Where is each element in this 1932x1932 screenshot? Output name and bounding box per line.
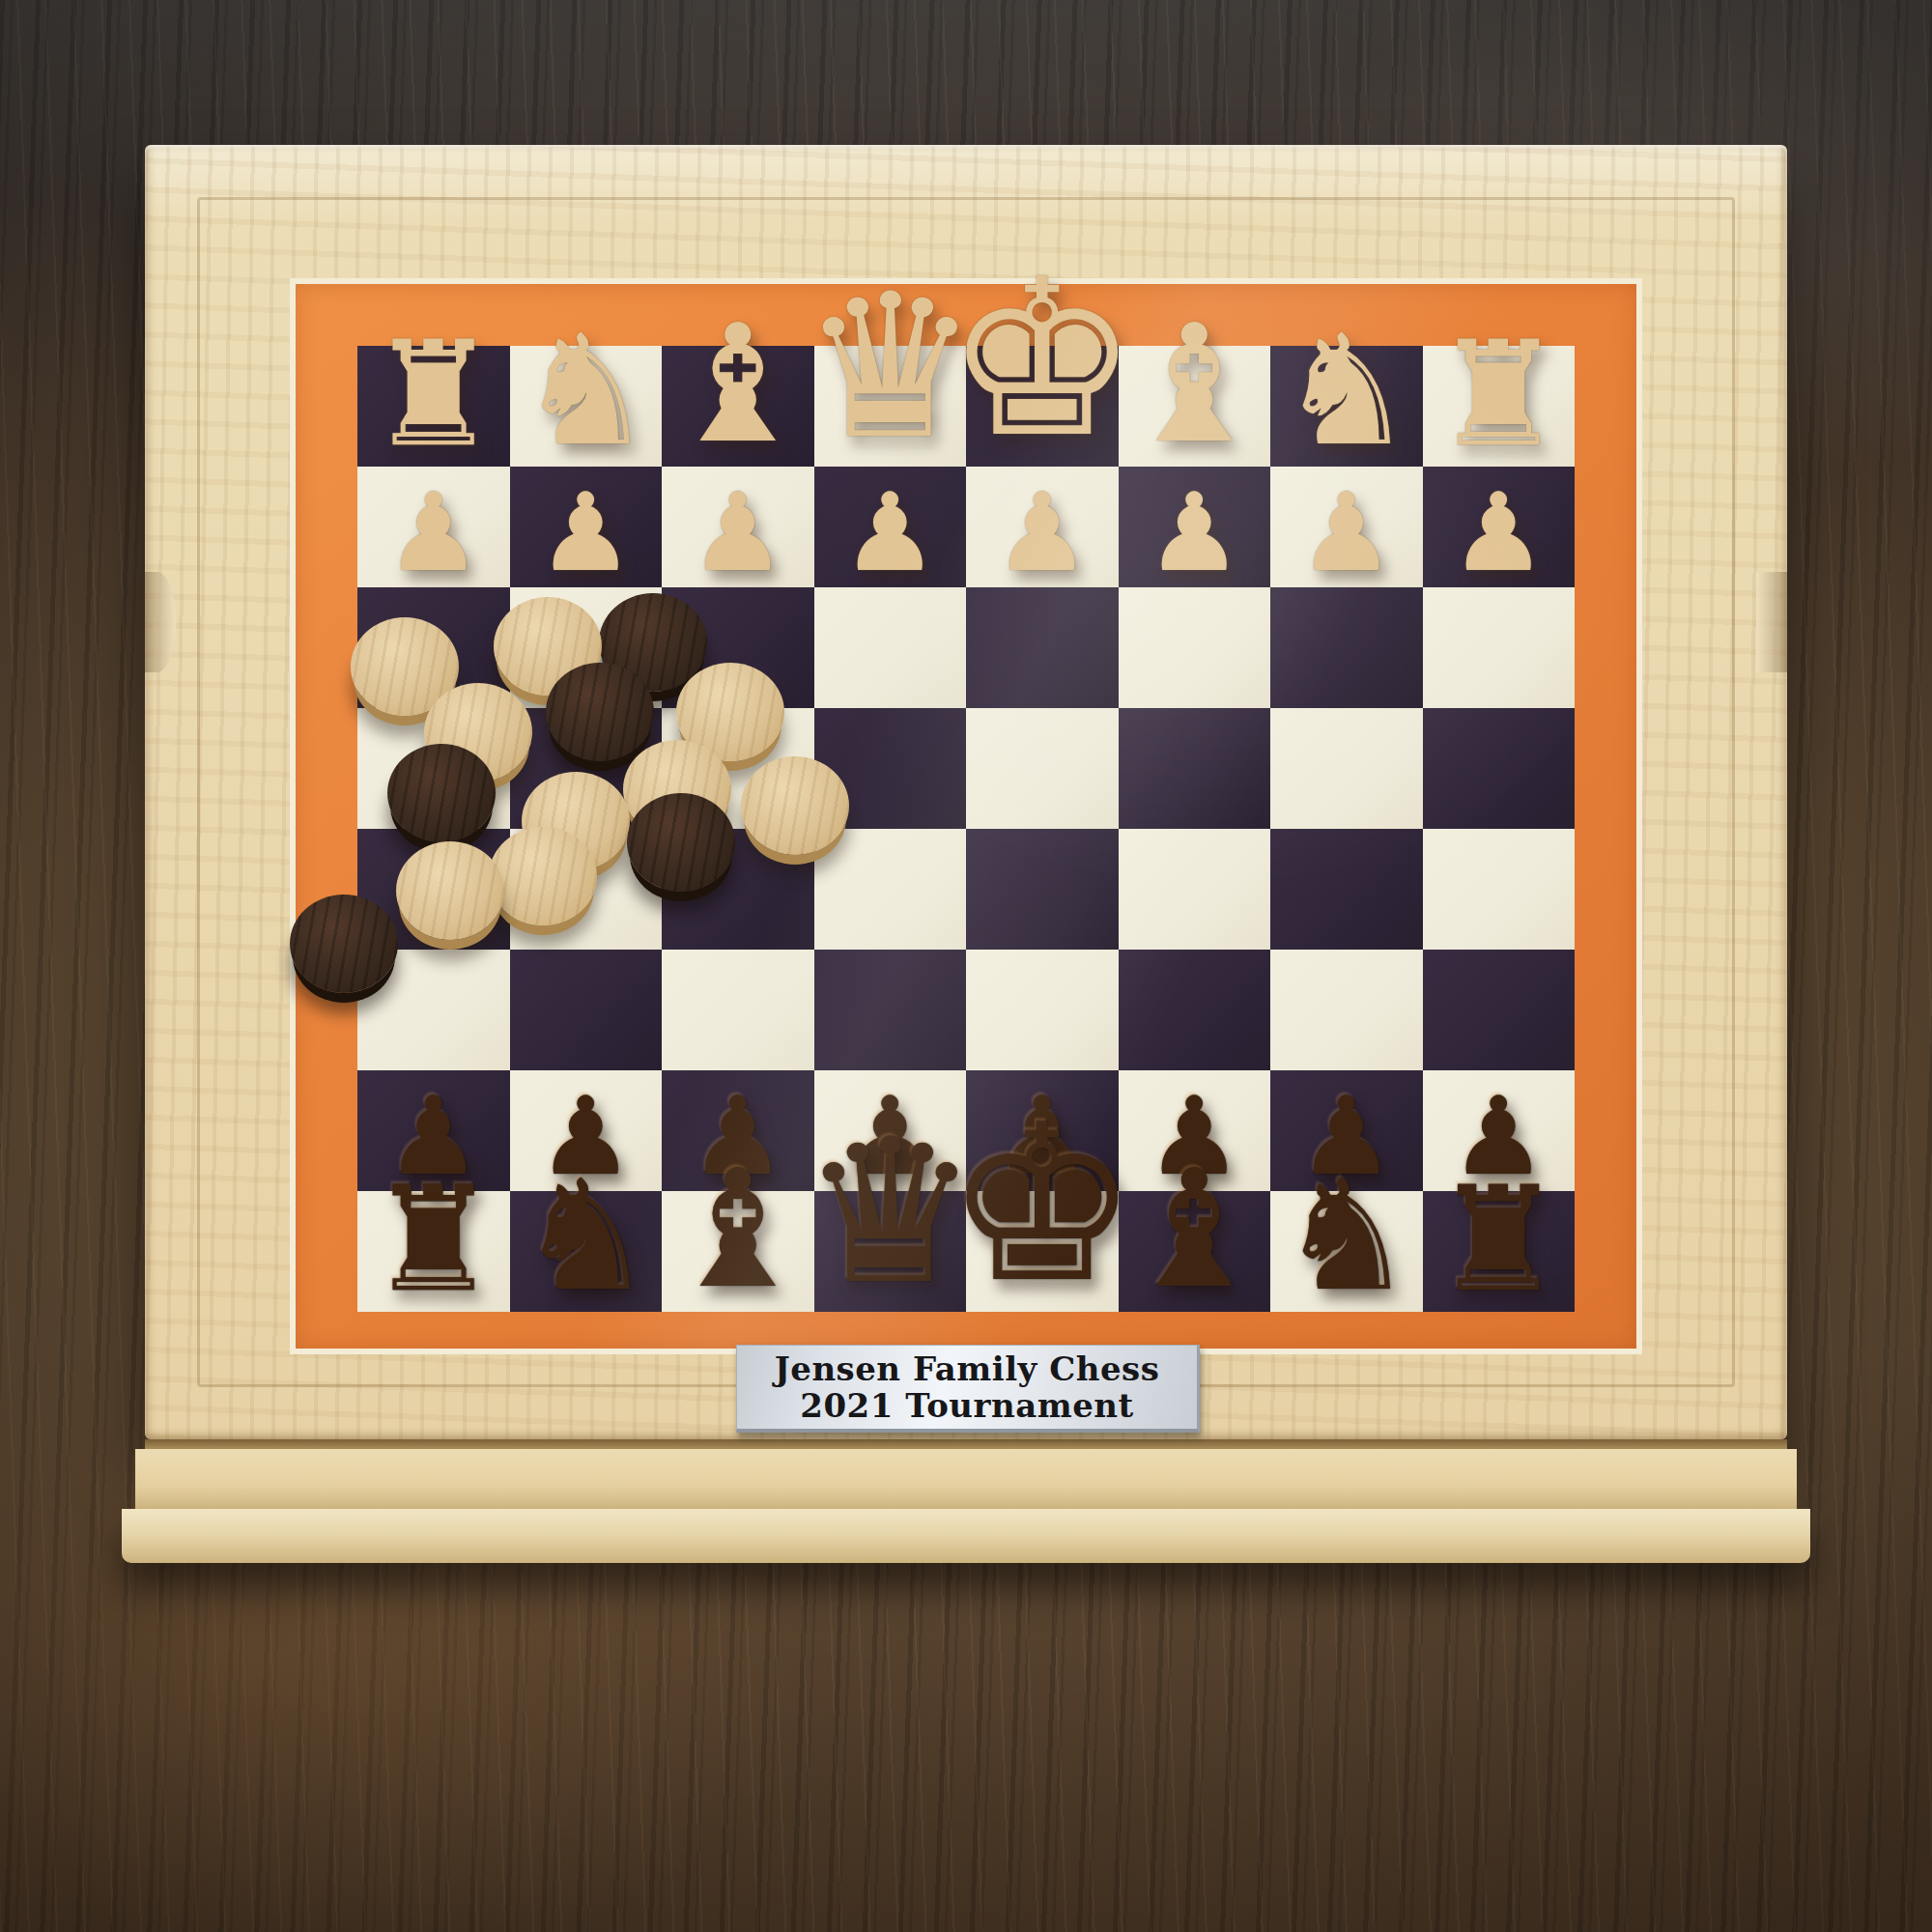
- dark-checker[interactable]: [387, 744, 496, 842]
- white-pawn[interactable]: ♟: [537, 481, 634, 583]
- dark-checker[interactable]: [546, 663, 654, 761]
- square-b8[interactable]: ♞: [510, 346, 663, 467]
- square-d1[interactable]: ♛: [814, 1191, 967, 1312]
- square-c1[interactable]: ♝: [662, 1191, 814, 1312]
- finger-notch-right: [1756, 572, 1787, 672]
- plaque-line2: 2021 Tournament: [800, 1387, 1133, 1424]
- white-pawn[interactable]: ♟: [1450, 481, 1547, 583]
- square-g7[interactable]: ♟: [1270, 467, 1423, 587]
- lid-base-seam: [145, 1439, 1787, 1449]
- plaque-line1: Jensen Family Chess: [775, 1350, 1160, 1387]
- scene: ♜♞♝♛♚♝♞♜♟♟♟♟♟♟♟♟♟♟♟♟♟♟♟♟♜♞♝♛♚♝♞♜ Jensen …: [0, 0, 1932, 1932]
- dark-bishop[interactable]: ♝: [665, 1153, 810, 1308]
- white-rook[interactable]: ♜: [369, 326, 498, 464]
- square-e7[interactable]: ♟: [966, 467, 1119, 587]
- square-g1[interactable]: ♞: [1270, 1191, 1423, 1312]
- white-pawn[interactable]: ♟: [1298, 481, 1395, 583]
- square-h4[interactable]: [1423, 829, 1576, 950]
- square-a8[interactable]: ♜: [357, 346, 510, 467]
- square-d8[interactable]: ♛: [814, 346, 967, 467]
- square-e8[interactable]: ♚: [966, 346, 1119, 467]
- dark-bishop[interactable]: ♝: [1122, 1153, 1267, 1308]
- square-f4[interactable]: [1119, 829, 1271, 950]
- white-bishop[interactable]: ♝: [665, 308, 810, 463]
- square-f1[interactable]: ♝: [1119, 1191, 1271, 1312]
- square-b1[interactable]: ♞: [510, 1191, 663, 1312]
- square-h3[interactable]: [1423, 950, 1576, 1070]
- square-f8[interactable]: ♝: [1119, 346, 1271, 467]
- square-g5[interactable]: [1270, 708, 1423, 829]
- light-checker[interactable]: [396, 841, 504, 940]
- square-f5[interactable]: [1119, 708, 1271, 829]
- square-f7[interactable]: ♟: [1119, 467, 1271, 587]
- box-base-upper-molding: [135, 1449, 1797, 1509]
- square-f3[interactable]: [1119, 950, 1271, 1070]
- white-knight[interactable]: ♞: [517, 318, 654, 463]
- dark-checker[interactable]: [627, 793, 735, 892]
- square-d6[interactable]: [814, 587, 967, 708]
- white-pawn[interactable]: ♟: [385, 481, 482, 583]
- square-c3[interactable]: [662, 950, 814, 1070]
- square-b7[interactable]: ♟: [510, 467, 663, 587]
- white-knight[interactable]: ♞: [1278, 318, 1415, 463]
- square-a1[interactable]: ♜: [357, 1191, 510, 1312]
- square-h1[interactable]: ♜: [1423, 1191, 1576, 1312]
- square-g3[interactable]: [1270, 950, 1423, 1070]
- box-base-lower-molding: [122, 1509, 1810, 1563]
- square-e3[interactable]: [966, 950, 1119, 1070]
- square-d7[interactable]: ♟: [814, 467, 967, 587]
- square-g8[interactable]: ♞: [1270, 346, 1423, 467]
- square-e1[interactable]: ♚: [966, 1191, 1119, 1312]
- dark-rook[interactable]: ♜: [369, 1171, 498, 1309]
- square-c7[interactable]: ♟: [662, 467, 814, 587]
- square-b3[interactable]: [510, 950, 663, 1070]
- light-checker[interactable]: [489, 827, 597, 925]
- square-g4[interactable]: [1270, 829, 1423, 950]
- square-c8[interactable]: ♝: [662, 346, 814, 467]
- light-checker[interactable]: [741, 756, 849, 855]
- square-d3[interactable]: [814, 950, 967, 1070]
- white-pawn[interactable]: ♟: [690, 481, 786, 583]
- dark-rook[interactable]: ♜: [1434, 1171, 1563, 1309]
- dark-knight[interactable]: ♞: [517, 1163, 654, 1308]
- engraved-plaque: Jensen Family Chess 2021 Tournament: [736, 1345, 1200, 1433]
- square-h7[interactable]: ♟: [1423, 467, 1576, 587]
- square-h5[interactable]: [1423, 708, 1576, 829]
- square-g6[interactable]: [1270, 587, 1423, 708]
- dark-checker[interactable]: [290, 895, 398, 993]
- white-king[interactable]: ♚: [945, 257, 1139, 463]
- square-e5[interactable]: [966, 708, 1119, 829]
- square-h8[interactable]: ♜: [1423, 346, 1576, 467]
- white-pawn[interactable]: ♟: [841, 481, 938, 583]
- square-f6[interactable]: [1119, 587, 1271, 708]
- square-d4[interactable]: [814, 829, 967, 950]
- square-a7[interactable]: ♟: [357, 467, 510, 587]
- white-pawn[interactable]: ♟: [994, 481, 1091, 583]
- white-rook[interactable]: ♜: [1434, 326, 1563, 464]
- square-e4[interactable]: [966, 829, 1119, 950]
- square-h6[interactable]: [1423, 587, 1576, 708]
- dark-knight[interactable]: ♞: [1278, 1163, 1415, 1308]
- dark-king[interactable]: ♚: [945, 1102, 1139, 1308]
- white-pawn[interactable]: ♟: [1146, 481, 1242, 583]
- white-bishop[interactable]: ♝: [1122, 308, 1267, 463]
- square-e6[interactable]: [966, 587, 1119, 708]
